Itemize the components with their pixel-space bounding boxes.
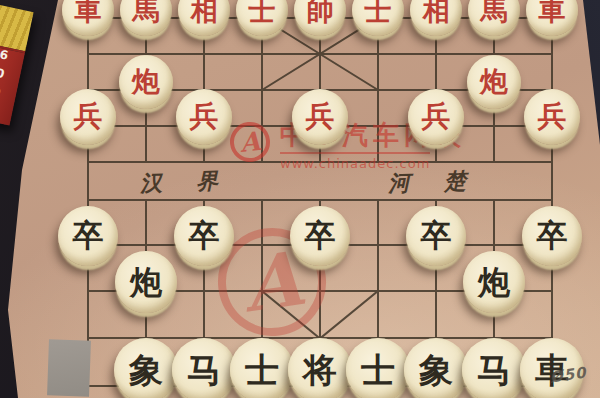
piece-character: 士	[245, 353, 279, 387]
piece-black-horse[interactable]: 马	[172, 338, 237, 398]
piece-character: 兵	[189, 102, 218, 131]
piece-black-advisor[interactable]: 士	[346, 338, 411, 398]
piece-red-soldier[interactable]: 兵	[292, 89, 348, 145]
piece-black-elephant[interactable]: 象	[404, 338, 469, 398]
piece-black-advisor[interactable]: 士	[230, 338, 295, 398]
piece-character: 兵	[537, 102, 566, 131]
piece-character: 卒	[420, 220, 451, 251]
piece-character: 炮	[130, 266, 162, 298]
piece-character: 炮	[480, 68, 508, 96]
piece-character: 兵	[421, 102, 450, 131]
piece-black-soldier[interactable]: 卒	[406, 206, 466, 266]
piece-character: 帥	[307, 0, 334, 24]
piece-character: 士	[361, 353, 395, 387]
piece-character: 兵	[305, 102, 334, 131]
piece-character: 炮	[478, 266, 510, 298]
piece-character: 相	[191, 0, 218, 24]
red-box-digits: 6000	[0, 47, 12, 124]
piece-character: 卒	[188, 220, 219, 251]
piece-black-elephant[interactable]: 象	[114, 338, 179, 398]
piece-red-soldier[interactable]: 兵	[176, 89, 232, 145]
piece-black-horse[interactable]: 马	[462, 338, 527, 398]
piece-character: 士	[249, 0, 276, 24]
piece-black-general[interactable]: 将	[288, 338, 353, 398]
piece-red-soldier[interactable]: 兵	[60, 89, 116, 145]
piece-red-soldier[interactable]: 兵	[408, 89, 464, 145]
piece-character: 馬	[133, 0, 160, 24]
piece-character: 卒	[72, 220, 103, 251]
piece-character: 卒	[536, 220, 567, 251]
piece-red-soldier[interactable]: 兵	[524, 89, 580, 145]
piece-character: 兵	[73, 102, 102, 131]
piece-black-soldier[interactable]: 卒	[522, 206, 582, 266]
watermark-logo-icon: A	[226, 118, 274, 166]
watermark-url-text: www.chinaadec.com	[280, 152, 430, 171]
piece-character: 象	[419, 353, 453, 387]
piece-character: 将	[303, 353, 337, 387]
censor-patch	[47, 339, 91, 396]
piece-black-soldier[interactable]: 卒	[58, 206, 118, 266]
piece-character: 象	[129, 353, 163, 387]
piece-character: 卒	[304, 220, 335, 251]
piece-character: 马	[477, 353, 511, 387]
piece-character: 相	[423, 0, 450, 24]
piece-black-cannon[interactable]: 炮	[463, 251, 525, 313]
piece-character: 車	[75, 0, 102, 24]
piece-character: 車	[539, 0, 566, 24]
piece-character: 馬	[481, 0, 508, 24]
xiangqi-board: 汉界 河楚 A 中华汽车网校 www.chinaadec.com A 車馬相士帥…	[0, 0, 600, 398]
piece-character: 士	[365, 0, 392, 24]
piece-black-cannon[interactable]: 炮	[115, 251, 177, 313]
piece-character: 炮	[132, 68, 160, 96]
piece-black-soldier[interactable]: 卒	[174, 206, 234, 266]
piece-black-soldier[interactable]: 卒	[290, 206, 350, 266]
svg-text:A: A	[237, 126, 262, 158]
piece-character: 马	[187, 353, 221, 387]
